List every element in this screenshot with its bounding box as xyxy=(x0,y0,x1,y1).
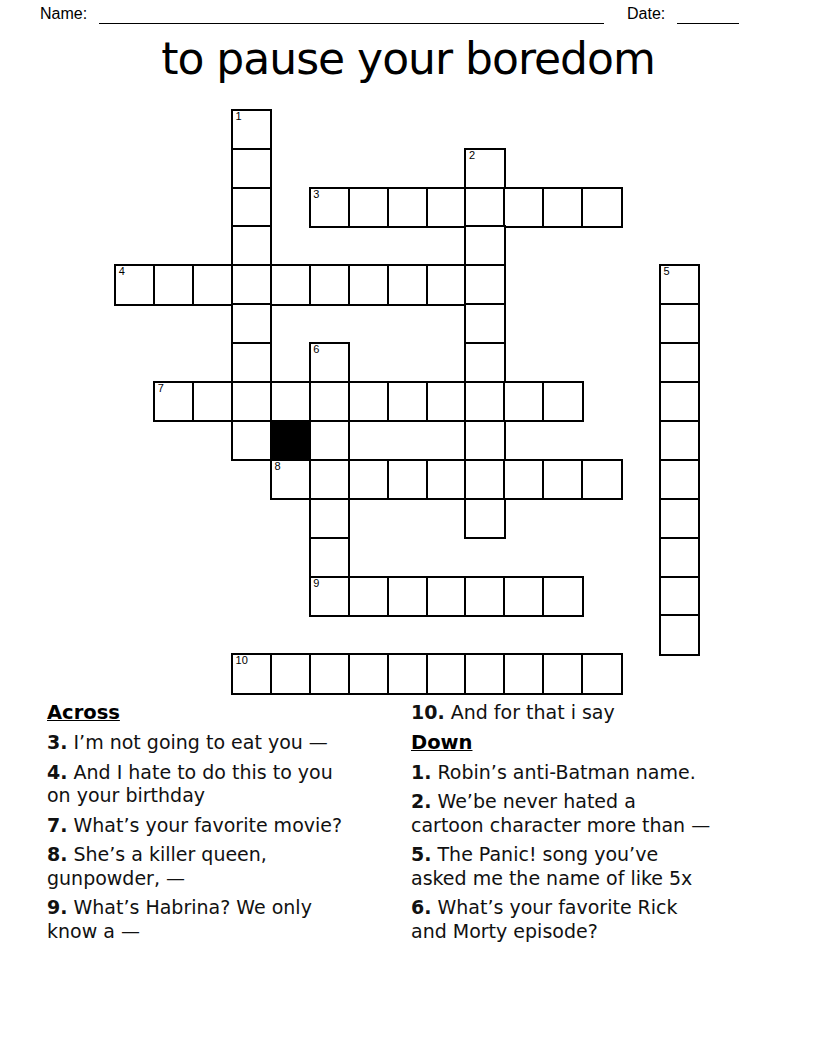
clue-number: 8. xyxy=(47,843,67,865)
clue-8: 8. She’s a killer queen, gunpowder, — xyxy=(47,843,403,890)
grid-cell[interactable] xyxy=(503,459,544,500)
grid-cell[interactable] xyxy=(464,420,505,461)
grid-cell[interactable] xyxy=(231,342,272,383)
grid-cell[interactable] xyxy=(503,653,544,694)
clue-3: 3. I’m not going to eat you — xyxy=(47,731,403,755)
grid-cell[interactable] xyxy=(348,264,389,305)
cell-number: 9 xyxy=(313,577,319,590)
grid-cell[interactable] xyxy=(231,420,272,461)
clue-number: 2. xyxy=(411,790,431,812)
grid-cell[interactable] xyxy=(387,653,428,694)
grid-cell[interactable]: 7 xyxy=(153,381,194,422)
grid-cell[interactable] xyxy=(348,459,389,500)
cell-number: 8 xyxy=(274,460,280,473)
grid-cell[interactable]: 9 xyxy=(309,576,350,617)
grid-cell[interactable] xyxy=(659,459,700,500)
grid-cell[interactable] xyxy=(231,187,272,228)
clue-text: And I hate to do this to you on your bir… xyxy=(47,761,333,807)
clue-number: 5. xyxy=(411,843,431,865)
grid-cell[interactable] xyxy=(659,576,700,617)
grid-cell[interactable] xyxy=(464,381,505,422)
clues-right-column: 10. And for that i sayDown1. Robin’s ant… xyxy=(411,701,771,950)
clue-text: I’m not going to eat you — xyxy=(67,731,327,753)
grid-cell[interactable] xyxy=(542,381,583,422)
grid-cell[interactable] xyxy=(231,225,272,266)
grid-cell[interactable] xyxy=(348,381,389,422)
grid-cell[interactable]: 8 xyxy=(270,459,311,500)
grid-cell[interactable] xyxy=(309,264,350,305)
grid-cell[interactable] xyxy=(542,576,583,617)
grid-cell[interactable] xyxy=(192,264,233,305)
clue-text: And for that i say xyxy=(445,701,615,723)
grid-cell[interactable] xyxy=(464,225,505,266)
cell-number: 2 xyxy=(469,149,475,162)
grid-cell[interactable] xyxy=(659,342,700,383)
grid-cell[interactable] xyxy=(659,381,700,422)
grid-cell[interactable] xyxy=(270,264,311,305)
clue-number: 4. xyxy=(47,761,67,783)
grid-cell[interactable] xyxy=(426,459,467,500)
grid-cell[interactable]: 2 xyxy=(464,148,505,189)
black-cell xyxy=(270,420,311,461)
grid-cell[interactable] xyxy=(426,187,467,228)
cell-number: 7 xyxy=(158,382,164,395)
grid-cell[interactable] xyxy=(503,576,544,617)
grid-cell[interactable] xyxy=(387,187,428,228)
clue-text: She’s a killer queen, gunpowder, — xyxy=(47,843,267,889)
name-blank-line[interactable] xyxy=(99,6,604,24)
clue-9: 9. What’s Habrina? We only know a — xyxy=(47,896,403,943)
grid-cell[interactable] xyxy=(542,653,583,694)
grid-cell[interactable] xyxy=(464,653,505,694)
clue-text: What’s your favorite Rick and Morty epis… xyxy=(411,896,678,942)
grid-cell[interactable] xyxy=(659,303,700,344)
clue-text: We’be never hated a cartoon character mo… xyxy=(411,790,710,836)
cell-number: 1 xyxy=(236,110,242,123)
across-heading: Across xyxy=(47,701,403,725)
grid-cell[interactable] xyxy=(231,148,272,189)
grid-cell[interactable] xyxy=(309,459,350,500)
grid-cell[interactable] xyxy=(348,653,389,694)
grid-cell[interactable] xyxy=(464,187,505,228)
grid-cell[interactable]: 4 xyxy=(114,264,155,305)
grid-cell[interactable] xyxy=(309,420,350,461)
down-heading: Down xyxy=(411,731,771,755)
grid-cell[interactable] xyxy=(426,264,467,305)
grid-cell[interactable] xyxy=(581,459,622,500)
clue-text: The Panic! song you’ve asked me the name… xyxy=(411,843,692,889)
clue-text: Robin’s anti-Batman name. xyxy=(431,761,695,783)
grid-cell[interactable] xyxy=(464,342,505,383)
crossword-worksheet: { "game": "crossword", "page": { "name_l… xyxy=(0,0,816,1056)
grid-cell[interactable] xyxy=(270,381,311,422)
grid-cell[interactable] xyxy=(309,498,350,539)
clue-number: 6. xyxy=(411,896,431,918)
grid-cell[interactable] xyxy=(309,653,350,694)
grid-cell[interactable] xyxy=(309,381,350,422)
clue-1: 1. Robin’s anti-Batman name. xyxy=(411,761,771,785)
grid-cell[interactable] xyxy=(270,653,311,694)
clue-5: 5. The Panic! song you’ve asked me the n… xyxy=(411,843,771,890)
grid-cell[interactable] xyxy=(387,381,428,422)
clue-number: 3. xyxy=(47,731,67,753)
grid-cell[interactable]: 5 xyxy=(659,264,700,305)
grid-cell[interactable] xyxy=(542,459,583,500)
clue-text: What’s Habrina? We only know a — xyxy=(47,896,312,942)
cell-number: 10 xyxy=(236,654,248,667)
grid-cell[interactable] xyxy=(153,264,194,305)
grid-cell[interactable] xyxy=(348,187,389,228)
grid-cell[interactable] xyxy=(231,381,272,422)
clue-text: What’s your favorite movie? xyxy=(67,814,342,836)
grid-cell[interactable] xyxy=(464,576,505,617)
grid-cell[interactable] xyxy=(659,537,700,578)
clue-number: 9. xyxy=(47,896,67,918)
grid-cell[interactable] xyxy=(387,459,428,500)
grid-cell[interactable]: 3 xyxy=(309,187,350,228)
date-label: Date: xyxy=(627,5,665,23)
grid-cell[interactable] xyxy=(426,576,467,617)
date-blank-line[interactable] xyxy=(677,6,739,24)
grid-cell[interactable] xyxy=(387,576,428,617)
grid-cell[interactable] xyxy=(309,537,350,578)
grid-cell[interactable] xyxy=(348,576,389,617)
cell-number: 5 xyxy=(663,265,669,278)
clues-left-column: Across3. I’m not going to eat you —4. An… xyxy=(47,701,403,950)
clue-number: 1. xyxy=(411,761,431,783)
clue-2: 2. We’be never hated a cartoon character… xyxy=(411,790,771,837)
grid-cell[interactable] xyxy=(659,420,700,461)
cell-number: 6 xyxy=(313,343,319,356)
grid-cell[interactable] xyxy=(503,187,544,228)
grid-cell[interactable] xyxy=(192,381,233,422)
cell-number: 3 xyxy=(313,188,319,201)
clue-number: 7. xyxy=(47,814,67,836)
puzzle-title: to pause your boredom xyxy=(0,33,816,84)
grid-cell[interactable] xyxy=(231,264,272,305)
clue-6: 6. What’s your favorite Rick and Morty e… xyxy=(411,896,771,943)
grid-cell[interactable] xyxy=(464,459,505,500)
grid-cell[interactable] xyxy=(659,614,700,655)
clue-7: 7. What’s your favorite movie? xyxy=(47,814,403,838)
clue-10: 10. And for that i say xyxy=(411,701,771,725)
grid-cell[interactable] xyxy=(231,303,272,344)
grid-cell[interactable] xyxy=(659,498,700,539)
cell-number: 4 xyxy=(119,265,125,278)
grid-cell[interactable] xyxy=(464,264,505,305)
grid-cell[interactable] xyxy=(503,381,544,422)
clue-4: 4. And I hate to do this to you on your … xyxy=(47,761,403,808)
grid-cell[interactable] xyxy=(426,653,467,694)
grid-cell[interactable]: 6 xyxy=(309,342,350,383)
grid-cell[interactable] xyxy=(387,264,428,305)
grid-cell[interactable]: 10 xyxy=(231,653,272,694)
grid-cell[interactable] xyxy=(581,187,622,228)
grid-cell[interactable] xyxy=(464,303,505,344)
grid-cell[interactable] xyxy=(542,187,583,228)
grid-cell[interactable] xyxy=(464,498,505,539)
grid-cell[interactable] xyxy=(426,381,467,422)
grid-cell[interactable] xyxy=(581,653,622,694)
name-label: Name: xyxy=(40,5,87,23)
grid-cell[interactable]: 1 xyxy=(231,109,272,150)
clue-number: 10. xyxy=(411,701,445,723)
